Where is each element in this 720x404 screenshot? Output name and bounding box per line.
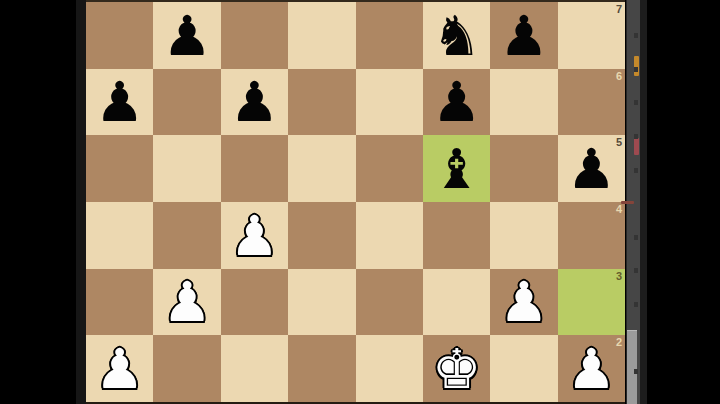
rail-tick-mark: [634, 168, 638, 173]
square-a6[interactable]: ♟: [86, 69, 153, 136]
square-c4[interactable]: ♟: [221, 202, 288, 269]
square-c7[interactable]: [221, 2, 288, 69]
black-pawn[interactable]: ♟: [95, 75, 144, 130]
square-f7[interactable]: ♞: [423, 2, 490, 69]
black-pawn[interactable]: ♟: [162, 9, 211, 64]
square-c6[interactable]: ♟: [221, 69, 288, 136]
black-pawn[interactable]: ♟: [499, 9, 548, 64]
rail-amber-marker: [634, 56, 639, 76]
window-right-edge: [640, 0, 647, 404]
square-f3[interactable]: [423, 269, 490, 336]
rail-tick-mark: [634, 369, 638, 374]
rail-tick-mark: [634, 67, 638, 72]
rail-tick-mark: [634, 302, 638, 307]
rank-label-3: 3: [616, 270, 622, 282]
square-h7[interactable]: 7: [558, 2, 625, 69]
square-d5[interactable]: [288, 135, 355, 202]
square-f6[interactable]: ♟: [423, 69, 490, 136]
white-pawn[interactable]: ♟: [567, 342, 616, 397]
square-e7[interactable]: [356, 2, 423, 69]
square-a4[interactable]: [86, 202, 153, 269]
square-e6[interactable]: [356, 69, 423, 136]
rail-tick-mark: [634, 235, 638, 240]
white-pawn[interactable]: ♟: [499, 275, 548, 330]
square-b2[interactable]: [153, 335, 220, 402]
square-c2[interactable]: [221, 335, 288, 402]
black-knight[interactable]: ♞: [432, 9, 481, 64]
square-b6[interactable]: [153, 69, 220, 136]
rail-tick-mark: [634, 268, 638, 273]
rank-label-6: 6: [616, 70, 622, 82]
square-e2[interactable]: [356, 335, 423, 402]
white-pawn[interactable]: ♟: [230, 209, 279, 264]
window-left-edge: [76, 0, 86, 404]
black-bishop[interactable]: ♝: [432, 142, 481, 197]
rail-tick-mark: [634, 33, 638, 38]
square-a7[interactable]: [86, 2, 153, 69]
square-d3[interactable]: [288, 269, 355, 336]
square-h3[interactable]: 3: [558, 269, 625, 336]
square-d7[interactable]: [288, 2, 355, 69]
rank-label-5: 5: [616, 136, 622, 148]
square-e4[interactable]: [356, 202, 423, 269]
square-c3[interactable]: [221, 269, 288, 336]
rank-label-7: 7: [616, 3, 622, 15]
square-g6[interactable]: [490, 69, 557, 136]
square-a3[interactable]: [86, 269, 153, 336]
square-g2[interactable]: [490, 335, 557, 402]
square-g3[interactable]: ♟: [490, 269, 557, 336]
square-c5[interactable]: [221, 135, 288, 202]
square-f4[interactable]: [423, 202, 490, 269]
square-d6[interactable]: [288, 69, 355, 136]
square-d2[interactable]: [288, 335, 355, 402]
square-b4[interactable]: [153, 202, 220, 269]
rail-tick-mark: [634, 100, 638, 105]
square-d4[interactable]: [288, 202, 355, 269]
rail-tick-mark: [634, 134, 638, 139]
square-b7[interactable]: ♟: [153, 2, 220, 69]
square-f2[interactable]: ♚: [423, 335, 490, 402]
square-h2[interactable]: ♟2: [558, 335, 625, 402]
square-f5[interactable]: ♝: [423, 135, 490, 202]
black-pawn[interactable]: ♟: [230, 75, 279, 130]
square-b5[interactable]: [153, 135, 220, 202]
black-pawn[interactable]: ♟: [567, 142, 616, 197]
rank-label-4: 4: [616, 203, 622, 215]
black-pawn[interactable]: ♟: [432, 75, 481, 130]
white-king[interactable]: ♚: [432, 342, 481, 397]
rail-red-marker: [634, 138, 639, 155]
square-e3[interactable]: [356, 269, 423, 336]
rail-red-tick: [621, 201, 634, 204]
chess-board: ♟♞♟7♟♟♟6♝♟5♟4♟♟3♟♚♟2: [86, 0, 625, 404]
square-a2[interactable]: ♟: [86, 335, 153, 402]
scrollbar-thumb[interactable]: [627, 330, 637, 404]
square-a5[interactable]: [86, 135, 153, 202]
rank-label-2: 2: [616, 336, 622, 348]
square-h4[interactable]: 4: [558, 202, 625, 269]
square-h6[interactable]: 6: [558, 69, 625, 136]
square-b3[interactable]: ♟: [153, 269, 220, 336]
square-e5[interactable]: [356, 135, 423, 202]
white-pawn[interactable]: ♟: [162, 275, 211, 330]
square-g7[interactable]: ♟: [490, 2, 557, 69]
white-pawn[interactable]: ♟: [95, 342, 144, 397]
square-g5[interactable]: [490, 135, 557, 202]
square-h5[interactable]: ♟5: [558, 135, 625, 202]
square-g4[interactable]: [490, 202, 557, 269]
